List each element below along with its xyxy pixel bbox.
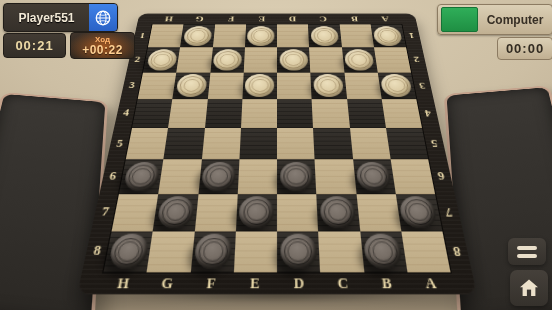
board-grid [103, 24, 450, 272]
coord-label: C [320, 272, 366, 294]
menu-button[interactable] [508, 238, 546, 265]
coord-label: A [369, 14, 402, 25]
coord-label: F [215, 14, 247, 25]
square-b4[interactable] [347, 99, 386, 128]
square-f5 [201, 128, 240, 159]
opponent-button[interactable]: Computer [437, 4, 552, 35]
square-d4[interactable] [277, 99, 313, 128]
square-a1[interactable] [370, 24, 406, 47]
square-e1[interactable] [245, 24, 277, 47]
square-h4[interactable] [132, 99, 173, 128]
opponent-clock: 00:00 [497, 37, 552, 60]
coord-label: E [233, 272, 277, 294]
coord-label: G [144, 272, 191, 294]
file-labels-top: HGFEDCBA [152, 14, 401, 25]
square-a8 [401, 231, 450, 272]
coord-label: H [152, 14, 185, 25]
coord-label: D [277, 272, 321, 294]
square-f8[interactable] [190, 231, 235, 272]
opponent-flag [441, 7, 478, 32]
checker-white[interactable] [373, 26, 404, 46]
square-c4 [312, 99, 350, 128]
square-a6 [390, 159, 435, 193]
square-g5[interactable] [164, 128, 205, 159]
square-d3 [277, 72, 312, 99]
checker-white[interactable] [279, 49, 308, 70]
square-e3[interactable] [242, 72, 277, 99]
square-h6[interactable] [119, 159, 164, 193]
square-b3 [344, 72, 381, 99]
square-c8 [318, 231, 363, 272]
checker-black[interactable] [156, 196, 195, 228]
square-h5 [126, 128, 168, 159]
opponent-name: Computer [478, 13, 552, 27]
square-c2 [309, 47, 344, 72]
player-button[interactable]: Player551 [3, 3, 118, 32]
square-c5[interactable] [313, 128, 352, 159]
square-g7[interactable] [153, 194, 198, 231]
square-e8 [234, 231, 277, 272]
square-d5 [277, 128, 315, 159]
checker-black[interactable] [363, 234, 404, 269]
square-g3[interactable] [173, 72, 210, 99]
file-labels-bottom: HGFEDCBA [99, 272, 455, 294]
checker-black[interactable] [280, 162, 314, 191]
square-h2[interactable] [143, 47, 180, 72]
square-b7 [356, 194, 401, 231]
square-e4 [241, 99, 277, 128]
checker-black[interactable] [201, 162, 236, 191]
globe-icon[interactable] [89, 4, 117, 31]
checker-black[interactable] [107, 234, 150, 269]
coord-label: A [407, 272, 455, 294]
square-f7 [194, 194, 237, 231]
square-h7 [112, 194, 159, 231]
square-f4[interactable] [205, 99, 243, 128]
checker-black[interactable] [319, 196, 356, 228]
checker-white[interactable] [245, 74, 275, 97]
square-g8 [147, 231, 194, 272]
coord-label: G [184, 14, 216, 25]
checker-white[interactable] [146, 49, 178, 70]
checker-black[interactable] [122, 162, 160, 191]
square-b1 [339, 24, 374, 47]
square-f2[interactable] [210, 47, 245, 72]
square-f3 [207, 72, 243, 99]
home-button[interactable] [510, 270, 548, 306]
square-h3 [138, 72, 177, 99]
square-g2 [177, 47, 213, 72]
checker-black[interactable] [239, 196, 275, 228]
square-b2[interactable] [342, 47, 378, 72]
square-h1 [148, 24, 184, 47]
checker-white[interactable] [183, 26, 213, 46]
square-d2[interactable] [277, 47, 310, 72]
square-e2 [244, 47, 277, 72]
checker-white[interactable] [175, 74, 207, 97]
square-d1 [277, 24, 309, 47]
square-f1 [212, 24, 245, 47]
checker-black[interactable] [280, 234, 317, 269]
square-e5[interactable] [239, 128, 277, 159]
checker-white[interactable] [247, 26, 275, 46]
checker-black[interactable] [355, 162, 392, 191]
coord-label: D [277, 14, 308, 25]
square-b8[interactable] [360, 231, 407, 272]
coord-label: C [308, 14, 340, 25]
checker-white[interactable] [380, 74, 413, 97]
square-c7[interactable] [316, 194, 359, 231]
checker-black[interactable] [399, 196, 439, 228]
coord-label: H [99, 272, 147, 294]
coord-label: B [364, 272, 411, 294]
square-a7[interactable] [395, 194, 442, 231]
square-d7 [277, 194, 318, 231]
square-f6[interactable] [198, 159, 239, 193]
square-h8[interactable] [103, 231, 152, 272]
square-e6 [238, 159, 277, 193]
checker-white[interactable] [213, 49, 243, 70]
move-timer: Ход +00:22 [70, 32, 135, 59]
square-c3[interactable] [310, 72, 346, 99]
coord-label: B [338, 14, 370, 25]
board: HGFEDCBA HGFEDCBA 12345678 12345678 [77, 14, 477, 295]
square-d6[interactable] [277, 159, 316, 193]
home-icon [517, 276, 541, 300]
square-b6[interactable] [353, 159, 396, 193]
square-a5[interactable] [386, 128, 428, 159]
square-e7[interactable] [236, 194, 277, 231]
player-clock: 00:21 [3, 33, 66, 58]
square-c6 [315, 159, 356, 193]
square-d8[interactable] [277, 231, 320, 272]
coord-label: E [246, 14, 277, 25]
board-perspective: HGFEDCBA HGFEDCBA 12345678 12345678 [114, 0, 440, 291]
square-a3[interactable] [377, 72, 416, 99]
checker-white[interactable] [344, 49, 375, 70]
checker-white[interactable] [313, 74, 344, 97]
square-g6 [159, 159, 202, 193]
square-c1[interactable] [308, 24, 341, 47]
checker-black[interactable] [194, 234, 233, 269]
square-a2 [374, 47, 411, 72]
square-g1[interactable] [180, 24, 215, 47]
square-b5 [350, 128, 391, 159]
coord-label: F [188, 272, 234, 294]
square-a4 [381, 99, 422, 128]
game-screen: HGFEDCBA HGFEDCBA 12345678 12345678 Play… [0, 0, 552, 310]
square-g4 [168, 99, 207, 128]
player-name: Player551 [4, 4, 89, 31]
move-timer-value: +00:22 [82, 44, 123, 56]
checker-white[interactable] [310, 26, 339, 46]
